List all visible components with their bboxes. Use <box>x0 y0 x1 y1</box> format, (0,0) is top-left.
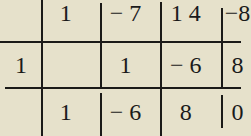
cell-r2c2: − 6 <box>102 88 162 136</box>
vertical-rule-4-lower <box>221 95 223 128</box>
vertical-rule-1 <box>41 0 43 136</box>
cell-r0c4: −8 <box>222 0 251 42</box>
cell-r1c1 <box>42 42 102 88</box>
cell-r1c2: 1 <box>102 42 162 88</box>
cell-r2c0 <box>0 88 42 136</box>
synthetic-division-table: 1 − 7 1 4 −8 1 1 − 6 8 1 − 6 8 0 <box>0 0 251 136</box>
cell-r2c3: 8 <box>162 88 223 136</box>
vertical-rule-2-lower <box>100 93 102 136</box>
vertical-rule-4-upper <box>221 8 223 89</box>
number-grid: 1 − 7 1 4 −8 1 1 − 6 8 1 − 6 8 0 <box>0 0 251 136</box>
cell-r1c0: 1 <box>0 42 42 88</box>
cell-r0c0 <box>0 0 42 42</box>
cell-r1c3: − 6 <box>162 42 223 88</box>
cell-r1c4: 8 <box>222 42 251 88</box>
horizontal-rule-top <box>0 41 241 43</box>
cell-r0c2: − 7 <box>102 0 162 42</box>
cell-r0c3: 1 4 <box>162 0 223 42</box>
cell-r2c1: 1 <box>42 88 102 136</box>
vertical-rule-3 <box>160 2 162 136</box>
vertical-rule-2-upper <box>100 3 102 89</box>
cell-r0c1: 1 <box>42 0 102 42</box>
cell-r2c4: 0 <box>222 88 251 136</box>
